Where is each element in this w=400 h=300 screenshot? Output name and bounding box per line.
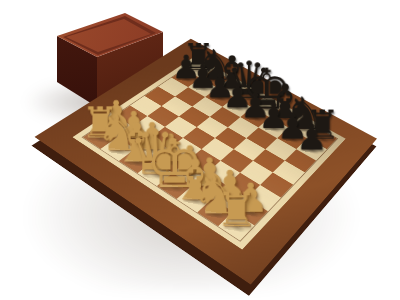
board-perspective-wrap: ♜♞♝♛♚♝♞♜♟♟♟♟♟♟♟♟♟♟♟♟♟♟♟♟♜♞♝♛♚♝♞♜ [0, 0, 400, 300]
piece-white-rook[interactable]: ♜ [215, 187, 257, 234]
chess-board: ♜♞♝♛♚♝♞♜♟♟♟♟♟♟♟♟♟♟♟♟♟♟♟♟♜♞♝♛♚♝♞♜ [34, 39, 377, 285]
product-photo: ♜♞♝♛♚♝♞♜♟♟♟♟♟♟♟♟♟♟♟♟♟♟♟♟♜♞♝♛♚♝♞♜ [0, 0, 400, 300]
